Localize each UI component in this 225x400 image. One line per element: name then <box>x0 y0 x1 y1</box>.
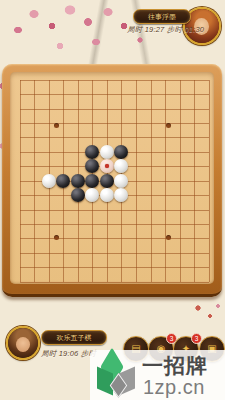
player-nameplate: 欢乐五子棋 <box>41 330 107 345</box>
player-timer: 局时 19:06 步时 <box>41 349 96 359</box>
game-screen: 往事浮墨 局时 19:27 步时 01:30 欢乐五子棋 局时 19:06 步时… <box>0 0 225 400</box>
white-stone-last-move <box>100 159 114 173</box>
star-point <box>166 123 171 128</box>
last-move-marker <box>105 164 109 168</box>
star-point <box>166 235 171 240</box>
watermark: 一招牌 1zp.cn <box>90 350 225 400</box>
grid-line-horizontal <box>20 282 209 283</box>
gomoku-board[interactable] <box>10 72 214 284</box>
black-stone <box>85 145 99 159</box>
star-point <box>54 123 59 128</box>
grid-line-horizontal <box>20 137 209 138</box>
black-stone <box>71 174 85 188</box>
white-stone <box>100 188 114 202</box>
black-stone <box>85 159 99 173</box>
black-stone <box>71 188 85 202</box>
grid-line-horizontal <box>20 80 209 81</box>
opponent-timer: 局时 19:27 步时 01:30 <box>127 25 204 35</box>
white-stone <box>114 188 128 202</box>
watermark-cube-logo <box>95 354 141 400</box>
grid-line-horizontal <box>20 123 209 124</box>
white-stone <box>85 188 99 202</box>
plum-blossom-accent-bottom <box>190 300 225 330</box>
grid-line-horizontal <box>20 267 209 268</box>
player-face <box>16 337 30 352</box>
black-stone <box>56 174 70 188</box>
board-frame <box>2 64 222 297</box>
white-stone <box>114 174 128 188</box>
grid-line-horizontal <box>20 253 209 254</box>
player-avatar[interactable] <box>6 326 40 360</box>
white-stone <box>42 174 56 188</box>
watermark-url: 1zp.cn <box>143 376 205 399</box>
grid-line-horizontal <box>20 109 209 110</box>
grid-line-vertical <box>209 80 210 282</box>
white-stone <box>114 159 128 173</box>
black-stone <box>114 145 128 159</box>
black-stone <box>85 174 99 188</box>
white-stone <box>100 145 114 159</box>
grid-line-horizontal <box>20 210 209 211</box>
black-stone <box>100 174 114 188</box>
grid-line-horizontal <box>20 224 209 225</box>
opponent-nameplate: 往事浮墨 <box>133 9 191 24</box>
grid-line-horizontal <box>20 238 209 239</box>
grid-line-horizontal <box>20 94 209 95</box>
star-point <box>54 235 59 240</box>
